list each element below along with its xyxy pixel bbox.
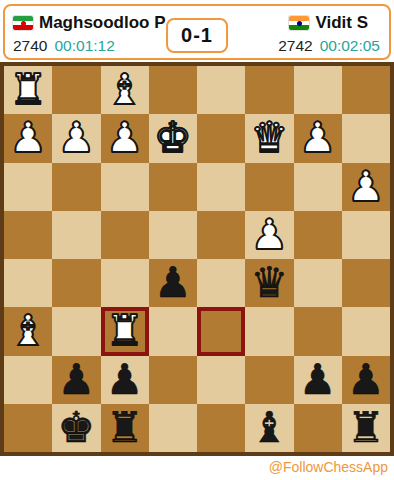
square-g4 [52, 211, 100, 259]
white-clock: 00:01:12 [54, 37, 114, 55]
black-queen: ♛ [251, 262, 289, 304]
square-b3 [294, 163, 342, 211]
square-e2: ♚ [149, 114, 197, 162]
square-a7: ♟ [342, 356, 390, 404]
square-h2: ♟ [4, 114, 52, 162]
square-d1 [197, 66, 245, 114]
black-rating: 2742 [278, 37, 312, 55]
square-e1 [149, 66, 197, 114]
white-pawn: ♟ [9, 117, 47, 159]
square-e4 [149, 211, 197, 259]
black-pawn: ♟ [58, 359, 96, 401]
square-e7 [149, 356, 197, 404]
followchess-broadcast-view: Maghsoodloo P 2740 00:01:12 0-1 Vidit S … [0, 0, 394, 480]
square-c3 [245, 163, 293, 211]
square-b2: ♟ [294, 114, 342, 162]
square-d3 [197, 163, 245, 211]
black-king: ♚ [58, 407, 96, 449]
square-d2 [197, 114, 245, 162]
square-h7 [4, 356, 52, 404]
black-info-row: 2742 00:02:05 [278, 37, 380, 55]
square-g1 [52, 66, 100, 114]
square-c1 [245, 66, 293, 114]
square-b1 [294, 66, 342, 114]
square-f8: ♜ [101, 404, 149, 452]
square-a6 [342, 307, 390, 355]
black-player-name: Vidit S [315, 13, 368, 33]
black-pawn: ♟ [154, 262, 192, 304]
white-info-row: 2740 00:01:12 [13, 37, 115, 55]
square-g3 [52, 163, 100, 211]
square-e6 [149, 307, 197, 355]
square-b5 [294, 259, 342, 307]
square-a8: ♜ [342, 404, 390, 452]
white-rook: ♜ [106, 310, 144, 352]
square-a4 [342, 211, 390, 259]
square-c6 [245, 307, 293, 355]
square-a2 [342, 114, 390, 162]
square-g2: ♟ [52, 114, 100, 162]
square-h1: ♜ [4, 66, 52, 114]
result-badge: 0-1 [166, 18, 228, 53]
white-pawn: ♟ [299, 117, 337, 159]
square-g8: ♚ [52, 404, 100, 452]
white-rook: ♜ [9, 69, 47, 111]
black-clock: 00:02:05 [320, 37, 380, 55]
square-h5 [4, 259, 52, 307]
square-c2: ♛ [245, 114, 293, 162]
black-name-row: Vidit S [289, 13, 368, 33]
square-d8 [197, 404, 245, 452]
white-name-row: Maghsoodloo P [13, 13, 166, 33]
square-f6: ♜ [101, 307, 149, 355]
black-pawn: ♟ [347, 359, 385, 401]
game-header: Maghsoodloo P 2740 00:01:12 0-1 Vidit S … [3, 4, 391, 60]
player-white-block: Maghsoodloo P 2740 00:01:12 [13, 13, 166, 55]
white-player-name: Maghsoodloo P [39, 13, 166, 33]
white-bishop: ♝ [106, 69, 144, 111]
white-queen: ♛ [251, 117, 289, 159]
white-pawn: ♟ [58, 117, 96, 159]
square-g6 [52, 307, 100, 355]
square-b7: ♟ [294, 356, 342, 404]
white-bishop: ♝ [9, 310, 47, 352]
square-f7: ♟ [101, 356, 149, 404]
square-c4: ♟ [245, 211, 293, 259]
followchess-watermark: @FollowChessApp [269, 459, 388, 475]
square-a3: ♟ [342, 163, 390, 211]
black-pawn: ♟ [106, 359, 144, 401]
india-flag-icon [289, 16, 309, 30]
chess-board[interactable]: ♜♝♟♟♟♚♛♟♟♟♟♛♝♜♟♟♟♟♚♜♝♜ [4, 66, 390, 452]
square-e5: ♟ [149, 259, 197, 307]
square-h4 [4, 211, 52, 259]
white-rating: 2740 [13, 37, 47, 55]
square-a1 [342, 66, 390, 114]
black-pawn: ♟ [299, 359, 337, 401]
square-h8 [4, 404, 52, 452]
square-f4 [101, 211, 149, 259]
square-c7 [245, 356, 293, 404]
square-d7 [197, 356, 245, 404]
square-c8: ♝ [245, 404, 293, 452]
square-f5 [101, 259, 149, 307]
white-pawn: ♟ [251, 214, 289, 256]
square-d6 [197, 307, 245, 355]
square-g7: ♟ [52, 356, 100, 404]
square-a5 [342, 259, 390, 307]
square-e8 [149, 404, 197, 452]
black-bishop: ♝ [251, 407, 289, 449]
white-pawn: ♟ [106, 117, 144, 159]
chess-board-frame: ♜♝♟♟♟♚♛♟♟♟♟♛♝♜♟♟♟♟♚♜♝♜ [0, 62, 394, 456]
square-e3 [149, 163, 197, 211]
square-b6 [294, 307, 342, 355]
square-h6: ♝ [4, 307, 52, 355]
player-black-block: Vidit S 2742 00:02:05 [278, 13, 380, 55]
white-pawn: ♟ [347, 166, 385, 208]
iran-flag-icon [13, 16, 33, 30]
black-rook: ♜ [347, 407, 385, 449]
square-b8 [294, 404, 342, 452]
black-rook: ♜ [106, 407, 144, 449]
square-c5: ♛ [245, 259, 293, 307]
square-d5 [197, 259, 245, 307]
square-f1: ♝ [101, 66, 149, 114]
white-king: ♚ [154, 117, 192, 159]
square-h3 [4, 163, 52, 211]
square-d4 [197, 211, 245, 259]
square-g5 [52, 259, 100, 307]
square-b4 [294, 211, 342, 259]
square-f3 [101, 163, 149, 211]
square-f2: ♟ [101, 114, 149, 162]
